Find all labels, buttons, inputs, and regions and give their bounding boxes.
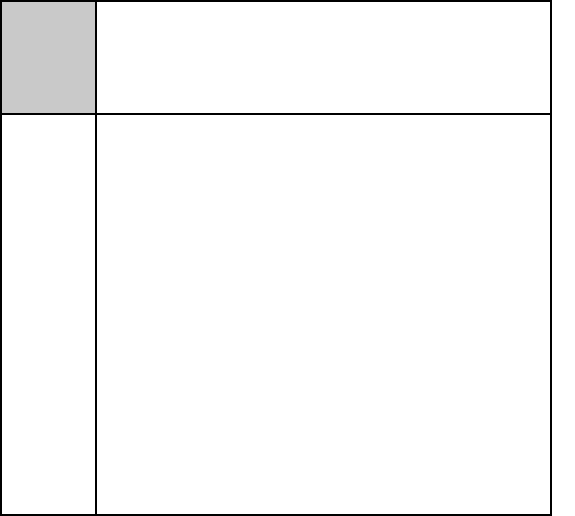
puzzle-grid[interactable]: [97, 115, 552, 516]
column-clues: [97, 2, 552, 115]
watermark-corner: [2, 2, 97, 115]
row-clues: [2, 115, 97, 516]
nonogram-app: [0, 0, 575, 516]
nonogram-board: [0, 0, 552, 516]
